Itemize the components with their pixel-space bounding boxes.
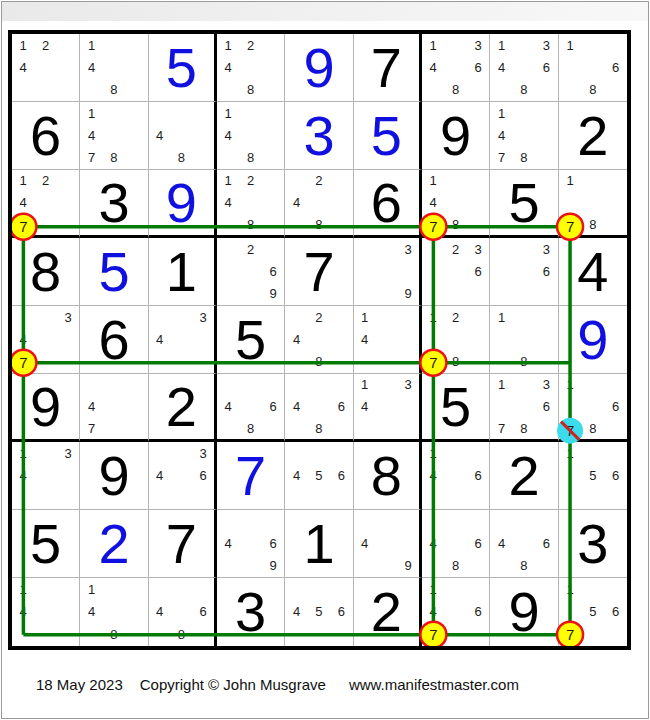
candidate-8: 8: [589, 83, 596, 96]
cell-r5c4[interactable]: 5: [217, 306, 285, 374]
solved-digit: 5: [98, 244, 129, 300]
cell-r7c4[interactable]: 7: [217, 442, 285, 510]
candidate-4: 4: [20, 333, 27, 346]
given-digit: 9: [30, 379, 61, 435]
given-digit: 1: [303, 516, 334, 572]
cell-r8c6[interactable]: 49: [354, 510, 422, 578]
candidate-2: 2: [42, 174, 49, 187]
cell-r5c8[interactable]: 18: [490, 306, 558, 374]
solved-digit: 5: [371, 108, 402, 164]
solved-digit: 3: [303, 108, 334, 164]
candidate-3: 3: [543, 378, 550, 391]
given-digit: 7: [371, 40, 402, 96]
candidate-6: 6: [612, 61, 619, 74]
cell-r7c6[interactable]: 8: [354, 442, 422, 510]
candidate-6: 6: [269, 400, 276, 413]
candidate-1: 1: [88, 39, 95, 52]
candidate-9: 9: [269, 287, 276, 300]
candidate-7: 7: [88, 151, 95, 164]
candidate-4: 4: [498, 537, 505, 550]
candidate-2: 2: [247, 39, 254, 52]
footer-url[interactable]: www.manifestmaster.com: [349, 676, 519, 693]
candidate-1: 1: [20, 39, 27, 52]
candidate-8: 8: [178, 151, 185, 164]
candidate-2: 2: [452, 243, 459, 256]
candidate-1: 1: [430, 311, 437, 324]
cell-r4c6[interactable]: 39: [354, 238, 422, 306]
candidate-3: 3: [474, 39, 481, 52]
cell-r6c6[interactable]: 134: [354, 374, 422, 442]
cell-r8c3[interactable]: 7: [149, 510, 217, 578]
candidate-6: 6: [199, 605, 206, 618]
candidate-6: 6: [543, 265, 550, 278]
cell-r1c1[interactable]: 124: [12, 34, 80, 102]
candidate-6: 6: [474, 469, 481, 482]
solved-digit: 7: [235, 448, 266, 504]
cell-r9c1[interactable]: 14: [12, 578, 80, 646]
candidate-1: 1: [566, 39, 573, 52]
cell-r8c8[interactable]: 468: [490, 510, 558, 578]
candidate-8: 8: [520, 151, 527, 164]
candidate-4: 4: [156, 129, 163, 142]
candidate-1: 1: [430, 447, 437, 460]
candidate-6: 6: [612, 400, 619, 413]
candidate-4: 4: [361, 333, 368, 346]
candidate-4: 4: [225, 129, 232, 142]
candidate-1: 1: [361, 378, 368, 391]
candidate-1: 1: [225, 174, 232, 187]
candidate-1: 1: [20, 447, 27, 460]
solved-digit: 9: [303, 40, 334, 96]
candidate-6: 6: [474, 265, 481, 278]
candidate-6: 6: [543, 400, 550, 413]
cell-r5c6[interactable]: 14: [354, 306, 422, 374]
candidate-1: 1: [430, 39, 437, 52]
candidate-4: 4: [20, 605, 27, 618]
candidate-4: 4: [225, 400, 232, 413]
candidate-6: 6: [543, 537, 550, 550]
candidate-2: 2: [315, 174, 322, 187]
candidate-8: 8: [452, 218, 459, 231]
candidate-8: 8: [589, 218, 596, 231]
cell-r3c6[interactable]: 6: [354, 170, 422, 238]
cell-r6c2[interactable]: 47: [80, 374, 148, 442]
candidate-2: 2: [315, 311, 322, 324]
given-digit: 9: [508, 584, 539, 640]
candidate-7: 7: [88, 422, 95, 435]
given-digit: 4: [577, 244, 608, 300]
candidate-9: 9: [404, 559, 411, 572]
candidate-8: 8: [520, 355, 527, 368]
solved-digit: 9: [166, 175, 197, 231]
candidate-3: 3: [404, 378, 411, 391]
candidate-8: 8: [520, 559, 527, 572]
candidate-4: 4: [498, 61, 505, 74]
candidate-1: 1: [498, 378, 505, 391]
candidate-4: 4: [156, 469, 163, 482]
cell-r5c9[interactable]: 9: [559, 306, 627, 374]
cell-r4c4[interactable]: 269: [217, 238, 285, 306]
cell-r2c8[interactable]: 1478: [490, 102, 558, 170]
cell-r2c1[interactable]: 6: [12, 102, 80, 170]
cell-r3c1[interactable]: 124: [12, 170, 80, 238]
cell-r4c9[interactable]: 4: [559, 238, 627, 306]
candidate-1: 1: [225, 107, 232, 120]
candidate-4: 4: [430, 196, 437, 209]
cell-r3c4[interactable]: 1248: [217, 170, 285, 238]
candidate-8: 8: [247, 218, 254, 231]
sudoku-board: 1241485124897134681346816861478481483591…: [8, 30, 631, 650]
cell-r5c2[interactable]: 6: [80, 306, 148, 374]
candidate-6: 6: [612, 605, 619, 618]
candidate-4: 4: [20, 196, 27, 209]
given-digit: 9: [98, 448, 129, 504]
candidate-8: 8: [315, 218, 322, 231]
candidate-6: 6: [338, 400, 345, 413]
candidate-8: 8: [452, 559, 459, 572]
candidate-4: 4: [156, 333, 163, 346]
cell-r5c5[interactable]: 248: [285, 306, 353, 374]
candidate-3: 3: [474, 243, 481, 256]
candidate-3: 3: [199, 447, 206, 460]
given-digit: 6: [98, 312, 129, 368]
candidate-4: 4: [361, 400, 368, 413]
given-digit: 6: [371, 175, 402, 231]
cell-r8c1[interactable]: 5: [12, 510, 80, 578]
candidate-8: 8: [110, 151, 117, 164]
cell-r2c5[interactable]: 3: [285, 102, 353, 170]
candidate-1: 1: [498, 39, 505, 52]
candidate-8: 8: [520, 83, 527, 96]
candidate-4: 4: [20, 61, 27, 74]
cell-r6c1[interactable]: 9: [12, 374, 80, 442]
candidate-1: 1: [498, 311, 505, 324]
cell-r6c8[interactable]: 13678: [490, 374, 558, 442]
cell-r2c3[interactable]: 48: [149, 102, 217, 170]
candidate-1: 1: [225, 39, 232, 52]
candidate-4: 4: [293, 333, 300, 346]
cell-r7c1[interactable]: 134: [12, 442, 80, 510]
cell-r4c3[interactable]: 1: [149, 238, 217, 306]
candidate-1: 1: [430, 174, 437, 187]
candidate-4: 4: [430, 537, 437, 550]
candidate-1: 1: [566, 378, 573, 391]
candidate-3: 3: [64, 447, 71, 460]
given-digit: 7: [166, 516, 197, 572]
candidate-1: 1: [566, 583, 573, 596]
candidate-4: 4: [498, 129, 505, 142]
given-digit: 7: [303, 244, 334, 300]
cell-r1c2[interactable]: 148: [80, 34, 148, 102]
footer-date: 18 May 2023: [36, 676, 123, 693]
candidate-1: 1: [566, 174, 573, 187]
cell-r2c6[interactable]: 5: [354, 102, 422, 170]
cell-r9c4[interactable]: 3: [217, 578, 285, 646]
cell-r8c7[interactable]: 468: [422, 510, 490, 578]
given-digit: 2: [577, 108, 608, 164]
candidate-5: 5: [589, 605, 596, 618]
solved-digit: 2: [98, 516, 129, 572]
cell-r4c8[interactable]: 36: [490, 238, 558, 306]
given-digit: 8: [371, 448, 402, 504]
candidate-9: 9: [404, 287, 411, 300]
candidate-2: 2: [452, 311, 459, 324]
cell-r1c8[interactable]: 13468: [490, 34, 558, 102]
candidate-6: 6: [338, 605, 345, 618]
cell-r2c7[interactable]: 9: [422, 102, 490, 170]
candidate-4: 4: [293, 400, 300, 413]
cell-r1c3[interactable]: 5: [149, 34, 217, 102]
cell-r7c9[interactable]: 156: [559, 442, 627, 510]
candidate-4: 4: [20, 469, 27, 482]
candidate-6: 6: [199, 469, 206, 482]
cell-r2c9[interactable]: 2: [559, 102, 627, 170]
cell-r7c2[interactable]: 9: [80, 442, 148, 510]
candidate-6: 6: [474, 537, 481, 550]
cell-r9c7[interactable]: 146: [422, 578, 490, 646]
candidate-4: 4: [293, 196, 300, 209]
candidate-8: 8: [520, 422, 527, 435]
candidate-4: 4: [430, 605, 437, 618]
candidate-4: 4: [88, 605, 95, 618]
cell-r9c9[interactable]: 156: [559, 578, 627, 646]
candidate-4: 4: [293, 469, 300, 482]
cell-r7c7[interactable]: 146: [422, 442, 490, 510]
solved-digit: 5: [166, 40, 197, 96]
cell-r8c2[interactable]: 2: [80, 510, 148, 578]
candidate-8: 8: [589, 422, 596, 435]
given-digit: 5: [508, 175, 539, 231]
given-digit: 3: [98, 175, 129, 231]
cell-r2c4[interactable]: 148: [217, 102, 285, 170]
candidate-6: 6: [474, 61, 481, 74]
candidate-8: 8: [110, 83, 117, 96]
candidate-8: 8: [452, 355, 459, 368]
candidate-1: 1: [88, 583, 95, 596]
candidate-4: 4: [361, 537, 368, 550]
cell-r7c3[interactable]: 346: [149, 442, 217, 510]
candidate-7: 7: [498, 422, 505, 435]
candidate-5: 5: [315, 469, 322, 482]
cell-r3c8[interactable]: 5: [490, 170, 558, 238]
solved-digit: 9: [577, 312, 608, 368]
candidate-2: 2: [247, 174, 254, 187]
candidate-3: 3: [404, 243, 411, 256]
candidate-3: 3: [199, 311, 206, 324]
cell-r1c7[interactable]: 13468: [422, 34, 490, 102]
candidate-5: 5: [589, 469, 596, 482]
cell-r3c7[interactable]: 148: [422, 170, 490, 238]
candidate-8: 8: [452, 83, 459, 96]
cell-r4c1[interactable]: 8: [12, 238, 80, 306]
cell-r6c3[interactable]: 2: [149, 374, 217, 442]
cell-r8c9[interactable]: 3: [559, 510, 627, 578]
given-digit: 5: [440, 379, 471, 435]
given-digit: 8: [30, 244, 61, 300]
candidate-8: 8: [247, 422, 254, 435]
candidate-4: 4: [88, 400, 95, 413]
given-digit: 3: [577, 516, 608, 572]
candidate-4: 4: [430, 61, 437, 74]
given-digit: 1: [166, 244, 197, 300]
candidate-8: 8: [178, 628, 185, 641]
candidate-2: 2: [247, 243, 254, 256]
candidate-6: 6: [474, 605, 481, 618]
candidate-1: 1: [361, 311, 368, 324]
cell-r9c8[interactable]: 9: [490, 578, 558, 646]
candidate-6: 6: [543, 61, 550, 74]
cell-r1c5[interactable]: 9: [285, 34, 353, 102]
candidate-6: 6: [269, 537, 276, 550]
cell-r6c9[interactable]: 168: [559, 374, 627, 442]
cell-r9c6[interactable]: 2: [354, 578, 422, 646]
candidate-6: 6: [338, 469, 345, 482]
candidate-8: 8: [315, 422, 322, 435]
given-digit: 5: [30, 516, 61, 572]
footer-copyright: Copyright © John Musgrave: [140, 676, 326, 693]
cell-r7c5[interactable]: 456: [285, 442, 353, 510]
candidate-5: 5: [315, 605, 322, 618]
given-digit: 2: [166, 379, 197, 435]
candidate-3: 3: [543, 243, 550, 256]
cell-r6c7[interactable]: 5: [422, 374, 490, 442]
candidate-6: 6: [612, 469, 619, 482]
candidate-1: 1: [430, 583, 437, 596]
candidate-8: 8: [247, 83, 254, 96]
candidate-8: 8: [110, 628, 117, 641]
candidate-4: 4: [88, 129, 95, 142]
candidate-7: 7: [498, 151, 505, 164]
candidate-4: 4: [225, 196, 232, 209]
candidate-1: 1: [498, 107, 505, 120]
cell-r3c5[interactable]: 248: [285, 170, 353, 238]
cell-r5c3[interactable]: 34: [149, 306, 217, 374]
cell-r5c1[interactable]: 34: [12, 306, 80, 374]
candidate-1: 1: [566, 447, 573, 460]
cell-r4c2[interactable]: 5: [80, 238, 148, 306]
cell-r5c7[interactable]: 128: [422, 306, 490, 374]
candidate-4: 4: [225, 537, 232, 550]
candidate-6: 6: [269, 265, 276, 278]
candidate-4: 4: [430, 469, 437, 482]
cell-r1c4[interactable]: 1248: [217, 34, 285, 102]
given-digit: 3: [235, 584, 266, 640]
cell-r3c2[interactable]: 3: [80, 170, 148, 238]
cell-r9c5[interactable]: 456: [285, 578, 353, 646]
candidate-4: 4: [225, 61, 232, 74]
given-digit: 2: [371, 584, 402, 640]
candidate-8: 8: [247, 151, 254, 164]
cell-r2c2[interactable]: 1478: [80, 102, 148, 170]
candidate-3: 3: [64, 311, 71, 324]
cell-r3c3[interactable]: 9: [149, 170, 217, 238]
candidate-3: 3: [543, 39, 550, 52]
candidate-4: 4: [156, 605, 163, 618]
cell-r7c8[interactable]: 2: [490, 442, 558, 510]
candidate-4: 4: [88, 61, 95, 74]
cell-r3c9[interactable]: 18: [559, 170, 627, 238]
cell-r6c5[interactable]: 468: [285, 374, 353, 442]
cell-r1c9[interactable]: 168: [559, 34, 627, 102]
candidate-1: 1: [20, 583, 27, 596]
candidate-9: 9: [269, 559, 276, 572]
given-digit: 9: [440, 108, 471, 164]
title-bar: [2, 2, 648, 21]
candidate-2: 2: [42, 39, 49, 52]
footer: 18 May 2023 Copyright © John Musgrave ww…: [36, 674, 519, 694]
candidate-1: 1: [20, 174, 27, 187]
given-digit: 6: [30, 108, 61, 164]
given-digit: 5: [235, 312, 266, 368]
cell-r4c7[interactable]: 236: [422, 238, 490, 306]
cell-r6c4[interactable]: 468: [217, 374, 285, 442]
cell-r8c5[interactable]: 1: [285, 510, 353, 578]
cell-r1c6[interactable]: 7: [354, 34, 422, 102]
given-digit: 2: [508, 448, 539, 504]
cell-r8c4[interactable]: 469: [217, 510, 285, 578]
candidate-1: 1: [88, 107, 95, 120]
candidate-8: 8: [315, 355, 322, 368]
cell-r4c5[interactable]: 7: [285, 238, 353, 306]
cell-r9c3[interactable]: 468: [149, 578, 217, 646]
candidate-4: 4: [293, 605, 300, 618]
cell-r9c2[interactable]: 148: [80, 578, 148, 646]
